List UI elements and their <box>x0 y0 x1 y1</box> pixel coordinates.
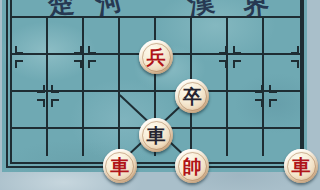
piece-red-general[interactable]: 帥 <box>175 149 209 183</box>
point-marker-corner <box>219 60 227 68</box>
point-marker-corner <box>74 46 82 54</box>
piece-red-chariot[interactable]: 車 <box>103 149 137 183</box>
point-marker-corner <box>255 85 263 93</box>
point-marker-corner <box>15 46 23 54</box>
piece-engraved-ring: 車 <box>142 121 171 150</box>
point-marker-corner <box>291 60 299 68</box>
piece-engraved-ring: 車 <box>105 152 134 181</box>
point-marker-corner <box>269 99 277 107</box>
point-marker-corner <box>37 85 45 93</box>
piece-engraved-ring: 車 <box>287 152 316 181</box>
point-marker-corner <box>51 99 59 107</box>
point-marker-corner <box>219 46 227 54</box>
piece-character: 兵 <box>147 48 166 67</box>
piece-engraved-ring: 兵 <box>142 43 171 72</box>
piece-black-soldier[interactable]: 卒 <box>175 79 209 113</box>
piece-character: 車 <box>292 157 311 176</box>
piece-red-chariot[interactable]: 車 <box>284 149 318 183</box>
point-marker-corner <box>74 60 82 68</box>
point-marker-corner <box>255 99 263 107</box>
point-marker-corner <box>88 60 96 68</box>
piece-red-soldier[interactable]: 兵 <box>139 40 173 74</box>
point-marker-corner <box>51 85 59 93</box>
point-marker-corner <box>37 99 45 107</box>
point-marker-corner <box>88 46 96 54</box>
piece-character: 卒 <box>183 87 202 106</box>
point-marker-corner <box>269 85 277 93</box>
xiangqi-game-screenshot: 楚 河 漢 界 兵卒車車帥車 <box>0 0 320 190</box>
palace-diagonals <box>0 0 320 190</box>
point-marker-corner <box>291 46 299 54</box>
point-marker-corner <box>233 46 241 54</box>
piece-character: 帥 <box>183 157 202 176</box>
piece-engraved-ring: 帥 <box>178 152 207 181</box>
piece-character: 車 <box>110 157 129 176</box>
piece-engraved-ring: 卒 <box>178 82 207 111</box>
point-marker-corner <box>15 60 23 68</box>
point-marker-corner <box>233 60 241 68</box>
piece-black-chariot[interactable]: 車 <box>139 118 173 152</box>
piece-character: 車 <box>147 126 166 145</box>
